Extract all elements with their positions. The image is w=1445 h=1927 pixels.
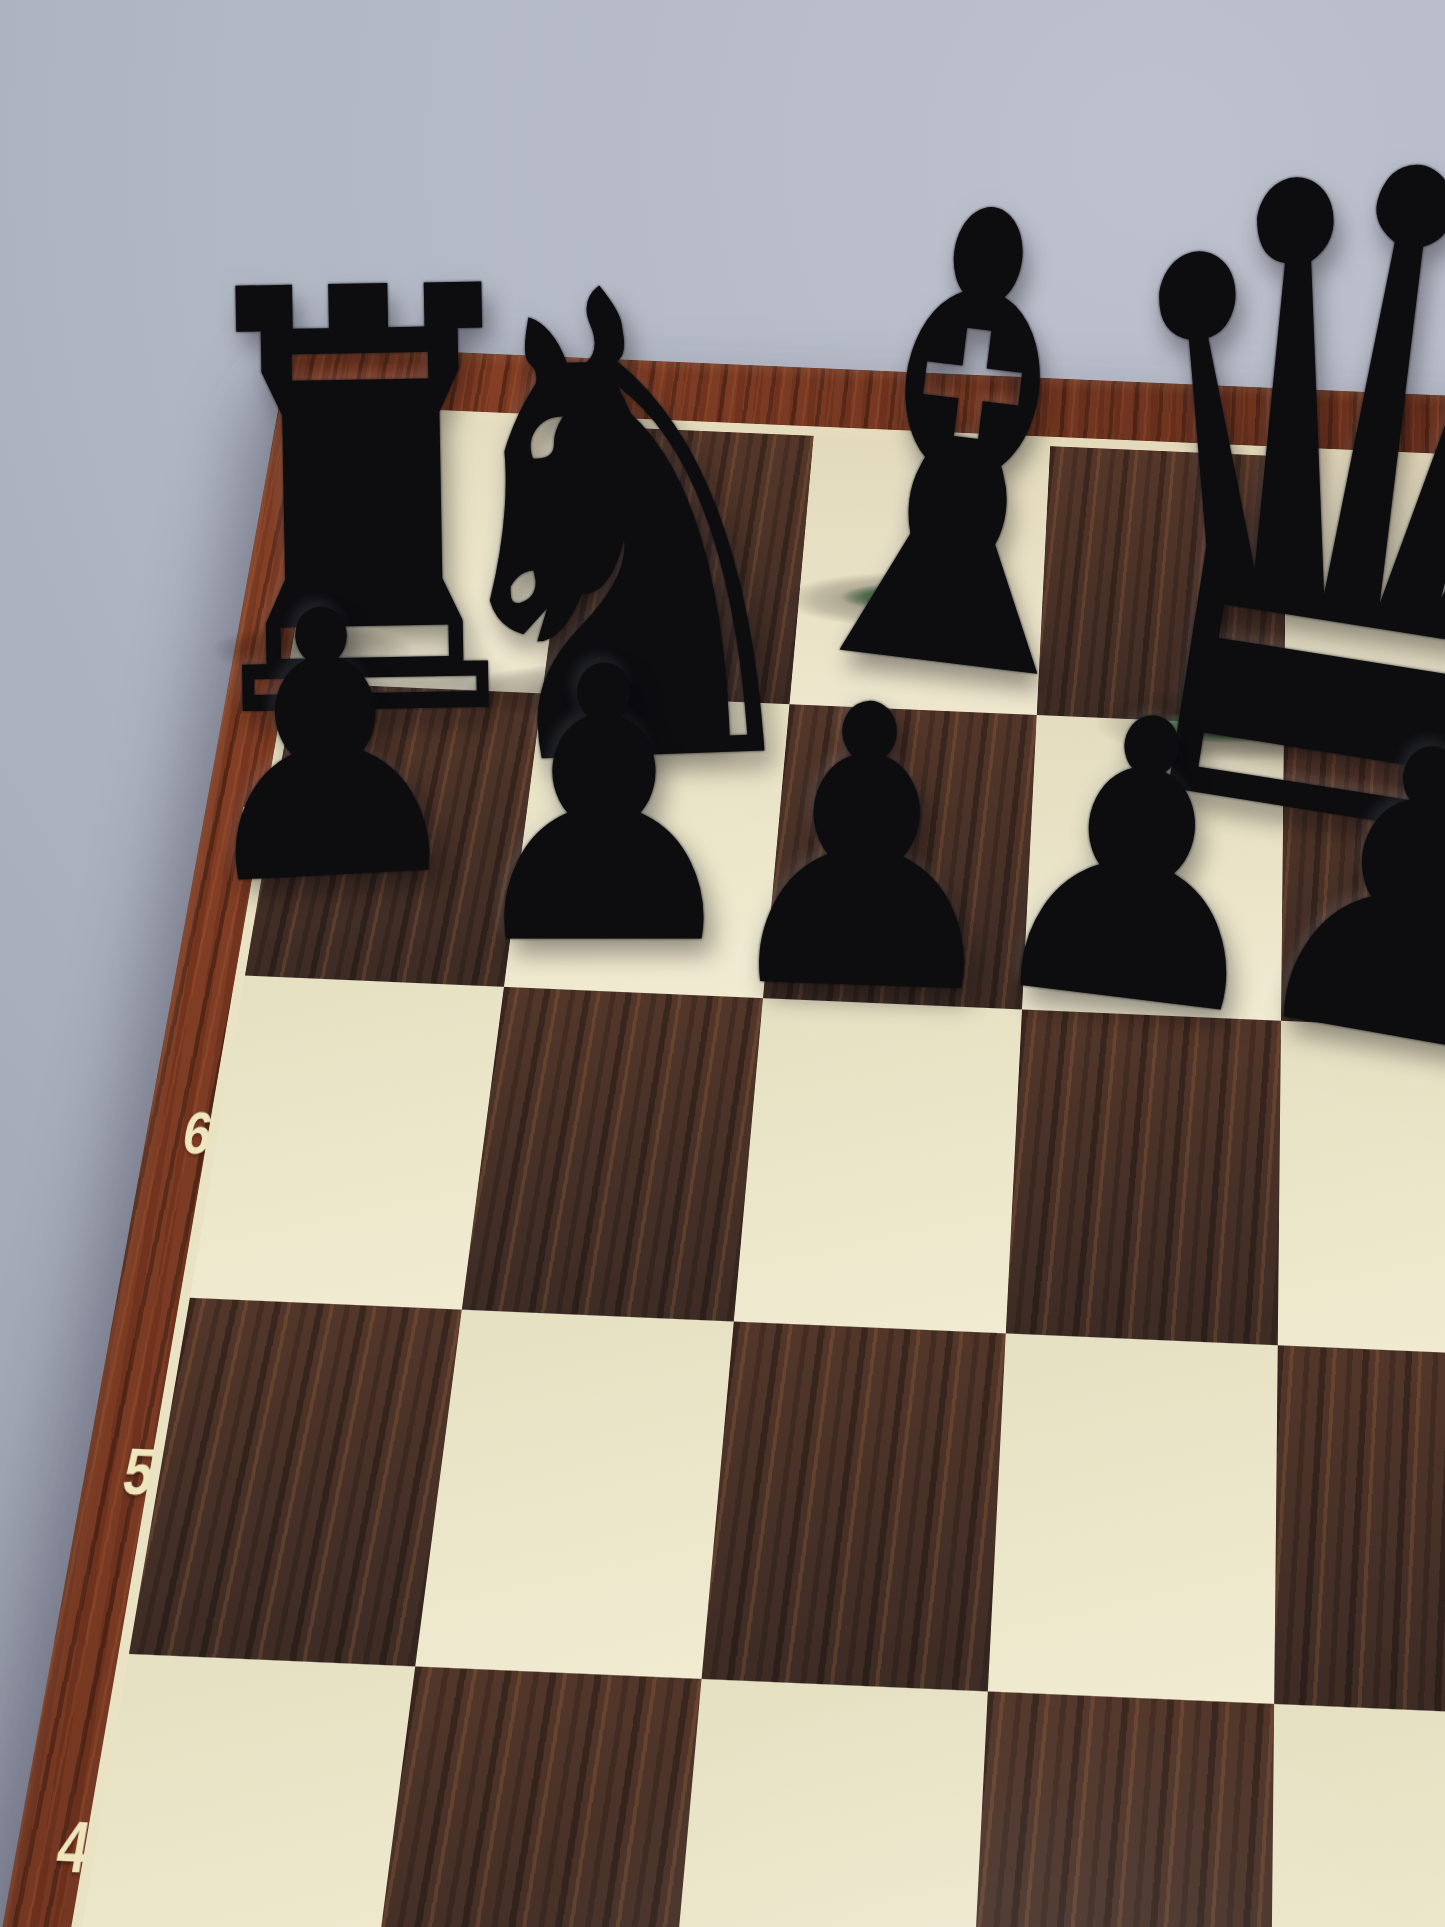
square-e4 — [1270, 1704, 1445, 1927]
square-d4 — [968, 1691, 1274, 1927]
square-e5 — [1274, 1345, 1445, 1716]
square-c7 — [763, 704, 1037, 1009]
square-e6 — [1278, 1021, 1445, 1357]
square-b4 — [363, 1666, 701, 1927]
square-c6 — [734, 998, 1022, 1333]
square-b5 — [415, 1310, 734, 1679]
square-a7 — [245, 683, 542, 987]
square-b7 — [504, 693, 790, 998]
square-d5 — [988, 1333, 1278, 1704]
square-d7 — [1022, 715, 1284, 1021]
rank-labels: 87654321 — [290, 345, 1445, 432]
square-d8 — [1037, 446, 1287, 726]
square-e7 — [1281, 726, 1445, 1032]
board-squares-grid — [0, 415, 1445, 1927]
square-b6 — [462, 987, 763, 1322]
square-c4 — [666, 1679, 988, 1927]
square-a6 — [190, 976, 504, 1310]
photo-scene: 87654321 ♜♞♝♛♟♟♟♟♟ — [0, 0, 1445, 1927]
chess-board: 87654321 — [0, 345, 1445, 1927]
square-b8 — [542, 426, 813, 705]
square-d6 — [1006, 1009, 1281, 1345]
square-c5 — [702, 1322, 1006, 1692]
square-c8 — [789, 436, 1050, 715]
square-a8 — [295, 415, 577, 693]
square-e8 — [1284, 456, 1445, 736]
